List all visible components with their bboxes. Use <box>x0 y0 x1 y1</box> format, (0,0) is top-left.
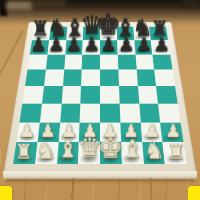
square-f1[interactable]: ♝ <box>121 142 144 164</box>
square-g5[interactable] <box>136 70 156 86</box>
square-c4[interactable] <box>61 86 81 103</box>
square-b6[interactable] <box>46 54 65 69</box>
square-b5[interactable] <box>44 70 64 86</box>
square-b1[interactable]: ♞ <box>35 142 58 164</box>
square-d5[interactable] <box>81 70 100 86</box>
square-a6[interactable] <box>27 54 47 69</box>
square-f7[interactable]: ♟ <box>117 40 135 54</box>
square-e1[interactable]: ♚ <box>100 142 122 164</box>
square-g4[interactable] <box>138 86 159 103</box>
board-front-edge <box>3 171 197 179</box>
piece-white-pawn[interactable]: ♟ <box>165 122 181 140</box>
piece-white-bishop[interactable]: ♝ <box>57 137 79 161</box>
square-h5[interactable] <box>154 70 175 86</box>
piece-white-king[interactable]: ♚ <box>98 133 124 162</box>
square-e4[interactable] <box>100 86 119 103</box>
piece-black-pawn[interactable]: ♟ <box>153 34 170 53</box>
square-g1[interactable]: ♞ <box>142 142 165 164</box>
square-g7[interactable]: ♟ <box>134 40 153 54</box>
square-c5[interactable] <box>63 70 82 86</box>
piece-white-knight[interactable]: ♞ <box>36 139 57 162</box>
square-c1[interactable]: ♝ <box>57 142 80 164</box>
piece-white-rook[interactable]: ♜ <box>166 141 185 162</box>
piece-black-pawn[interactable]: ♟ <box>135 34 152 53</box>
board-scene: ♜♞♝♛♚♝♞♜♟♟♟♟♟♟♟♟♟♟♟♟♟♟♟♟♜♞♝♛♚♝♞♜ <box>0 0 200 200</box>
square-d7[interactable]: ♟ <box>82 40 100 54</box>
square-c7[interactable]: ♟ <box>65 40 83 54</box>
square-h7[interactable]: ♟ <box>151 40 170 54</box>
square-c6[interactable] <box>64 54 83 69</box>
piece-black-pawn[interactable]: ♟ <box>118 34 135 53</box>
chess-board: ♜♞♝♛♚♝♞♜♟♟♟♟♟♟♟♟♟♟♟♟♟♟♟♟♜♞♝♛♚♝♞♜ <box>4 22 197 173</box>
square-e6[interactable] <box>100 54 118 69</box>
yellow-button-right[interactable] <box>188 186 200 200</box>
square-e7[interactable]: ♟ <box>100 40 118 54</box>
board-frame: ♜♞♝♛♚♝♞♜♟♟♟♟♟♟♟♟♟♟♟♟♟♟♟♟♜♞♝♛♚♝♞♜ <box>4 22 197 173</box>
square-b7[interactable]: ♟ <box>47 40 66 54</box>
square-h1[interactable]: ♜ <box>163 142 187 164</box>
piece-white-rook[interactable]: ♜ <box>15 141 34 162</box>
board-floor-shadow <box>6 179 194 183</box>
square-e5[interactable] <box>100 70 119 86</box>
chess-app-screen: ♜♞♝♛♚♝♞♜♟♟♟♟♟♟♟♟♟♟♟♟♟♟♟♟♜♞♝♛♚♝♞♜ <box>0 0 200 200</box>
square-a5[interactable] <box>25 70 46 86</box>
piece-white-bishop[interactable]: ♝ <box>122 137 144 161</box>
square-a4[interactable] <box>22 86 43 103</box>
piece-black-pawn[interactable]: ♟ <box>48 34 65 53</box>
piece-white-pawn[interactable]: ♟ <box>19 122 35 140</box>
square-f4[interactable] <box>119 86 139 103</box>
chess-board-grid: ♜♞♝♛♚♝♞♜♟♟♟♟♟♟♟♟♟♟♟♟♟♟♟♟♜♞♝♛♚♝♞♜ <box>13 27 187 164</box>
square-a7[interactable]: ♟ <box>30 40 49 54</box>
piece-white-knight[interactable]: ♞ <box>144 139 165 162</box>
piece-black-pawn[interactable]: ♟ <box>65 34 82 53</box>
square-d6[interactable] <box>82 54 100 69</box>
square-f5[interactable] <box>118 70 137 86</box>
piece-black-pawn[interactable]: ♟ <box>30 34 47 53</box>
piece-black-pawn[interactable]: ♟ <box>83 34 100 53</box>
piece-black-pawn[interactable]: ♟ <box>100 34 117 53</box>
square-h4[interactable] <box>156 86 177 103</box>
square-d4[interactable] <box>81 86 100 103</box>
square-g6[interactable] <box>135 54 154 69</box>
square-a1[interactable]: ♜ <box>13 142 37 164</box>
yellow-button-left[interactable] <box>0 186 12 200</box>
square-b4[interactable] <box>42 86 63 103</box>
square-f6[interactable] <box>118 54 137 69</box>
square-h6[interactable] <box>153 54 173 69</box>
